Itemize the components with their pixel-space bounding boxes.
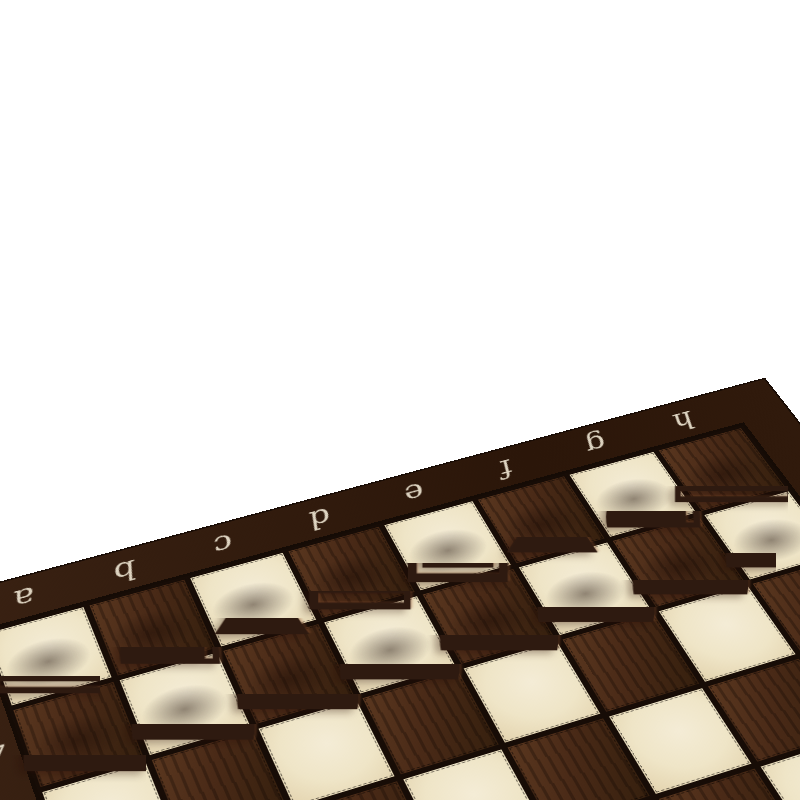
board-squares: ♜♞♝♛♚♝♞♜♟♟♟♟♟♟♟♟	[0, 426, 800, 800]
queen-crown-ball	[349, 421, 372, 444]
queen-crown-ball	[407, 444, 430, 467]
queen-crown-ball	[379, 427, 402, 450]
chess-board: abcdefgh 87654321 ♜♞♝♛♚♝♞♜♟♟♟♟♟♟♟♟	[0, 379, 800, 800]
scene: abcdefgh 87654321 ♜♞♝♛♚♝♞♜♟♟♟♟♟♟♟♟	[0, 0, 800, 800]
